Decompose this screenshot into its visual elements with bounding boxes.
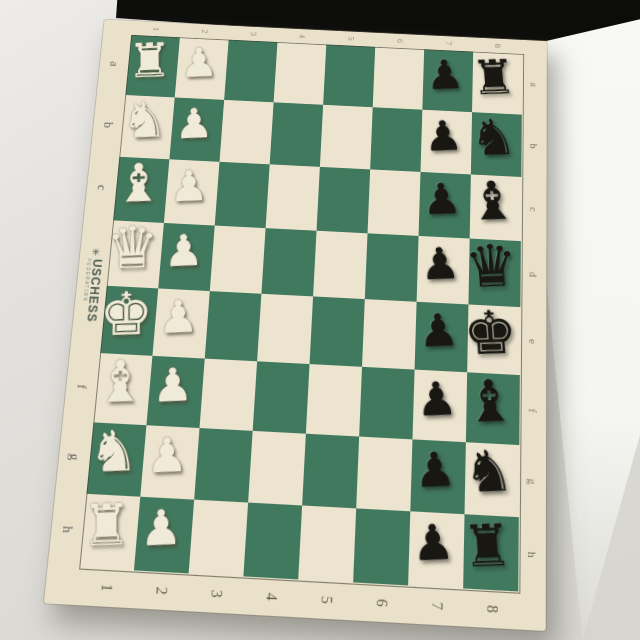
square-f8: ♝ — [466, 372, 520, 445]
photo-scene: ✳ USCHESS FEDERATION 1234567812345678abc… — [0, 0, 640, 640]
chess-board: ✳ USCHESS FEDERATION 1234567812345678abc… — [44, 20, 547, 631]
square-f5 — [306, 364, 362, 436]
white-knight-piece: ♞ — [121, 96, 168, 147]
square-b6 — [370, 107, 422, 172]
coord-bottom-rank-8: 8 — [462, 588, 518, 629]
black-pawn-piece: ♟ — [424, 54, 465, 95]
white-pawn-piece: ♟ — [146, 431, 188, 480]
coord-right-file-h: h — [518, 517, 546, 593]
white-pawn-piece: ♟ — [175, 102, 214, 144]
square-c4 — [266, 164, 320, 230]
coord-right-file-a: a — [522, 54, 547, 116]
square-f1: ♝ — [93, 353, 152, 425]
white-queen-piece: ♛ — [106, 218, 159, 277]
white-rook-piece: ♜ — [127, 36, 172, 84]
white-pawn-piece: ♟ — [164, 228, 204, 273]
coord-right-file-c: c — [521, 177, 547, 242]
square-e7: ♟ — [415, 302, 469, 373]
black-queen-piece: ♛ — [463, 236, 520, 296]
square-a5 — [323, 44, 375, 107]
white-pawn-piece: ♟ — [169, 164, 209, 207]
square-f7: ♟ — [412, 370, 467, 443]
square-b7: ♟ — [420, 110, 472, 175]
square-c5 — [317, 167, 371, 233]
square-e6 — [362, 299, 417, 369]
black-pawn-piece: ♟ — [410, 517, 455, 568]
square-e4 — [257, 294, 313, 364]
square-e2: ♟ — [152, 288, 209, 358]
square-e5 — [310, 296, 365, 366]
square-h8: ♜ — [463, 514, 519, 591]
black-knight-piece: ♞ — [462, 443, 516, 502]
square-h4 — [243, 503, 302, 580]
square-g4 — [248, 431, 306, 506]
black-pawn-piece: ♟ — [421, 177, 463, 221]
uschess-logo-inner: ✳ USCHESS FEDERATION — [79, 248, 104, 323]
square-h6 — [353, 508, 410, 585]
square-c7: ♟ — [419, 172, 471, 239]
coord-right-file-e: e — [520, 307, 546, 376]
black-king-piece: ♚ — [461, 302, 519, 364]
square-g1: ♞ — [86, 422, 146, 496]
black-pawn-piece: ♟ — [417, 307, 460, 353]
square-b4 — [270, 102, 323, 167]
white-pawn-piece: ♟ — [158, 294, 199, 340]
black-pawn-piece: ♟ — [415, 375, 459, 423]
square-d3 — [210, 226, 266, 294]
square-b5 — [320, 105, 373, 170]
square-a1: ♜ — [125, 35, 180, 98]
white-bishop-piece: ♝ — [114, 156, 163, 210]
black-pawn-piece: ♟ — [423, 114, 464, 156]
square-d7: ♟ — [417, 236, 470, 305]
white-rook-piece: ♜ — [82, 495, 132, 554]
coord-bottom-rank-1: 1 — [76, 567, 134, 608]
square-g5 — [302, 434, 359, 509]
square-e3 — [205, 291, 262, 361]
square-g2: ♟ — [140, 425, 199, 499]
square-d5 — [313, 231, 367, 299]
square-c2: ♟ — [164, 159, 220, 225]
square-d2: ♟ — [158, 223, 214, 291]
square-h7: ♟ — [408, 511, 464, 588]
coord-right-file-g: g — [519, 445, 546, 519]
coord-bottom-rank-6: 6 — [352, 582, 409, 623]
black-rook-piece: ♜ — [461, 515, 515, 575]
coord-bottom-rank-5: 5 — [296, 579, 353, 620]
square-a8: ♜ — [472, 52, 522, 115]
square-d4 — [261, 228, 316, 296]
square-a2: ♟ — [175, 37, 229, 100]
square-g8: ♞ — [465, 442, 520, 517]
coord-right-file-f: f — [519, 375, 546, 446]
square-h5 — [298, 505, 356, 582]
square-f4 — [253, 361, 310, 433]
square-a7: ♟ — [422, 49, 473, 112]
square-h1: ♜ — [79, 494, 140, 571]
vinyl-chess-mat: ✳ USCHESS FEDERATION 1234567812345678abc… — [44, 20, 547, 631]
square-g3 — [194, 428, 253, 502]
square-h2: ♟ — [134, 497, 194, 574]
coord-right-file-b: b — [521, 115, 546, 179]
square-g7: ♟ — [410, 439, 466, 514]
square-a4 — [274, 42, 327, 105]
black-knight-piece: ♞ — [468, 113, 518, 164]
square-h3 — [189, 500, 248, 577]
square-d6 — [365, 233, 419, 301]
white-bishop-piece: ♝ — [94, 353, 145, 412]
coord-bottom-rank-3: 3 — [186, 573, 244, 614]
square-c6 — [368, 169, 421, 236]
coord-right-file-d: d — [520, 241, 546, 308]
black-pawn-piece: ♟ — [413, 445, 457, 494]
square-f2: ♟ — [146, 356, 204, 428]
square-f6 — [359, 367, 414, 440]
white-pawn-piece: ♟ — [180, 42, 219, 83]
square-b3 — [219, 100, 273, 164]
square-e8: ♚ — [467, 304, 520, 375]
square-e1: ♚ — [100, 286, 158, 356]
black-pawn-piece: ♟ — [419, 241, 462, 286]
square-f3 — [200, 359, 258, 431]
black-bishop-piece: ♝ — [466, 174, 519, 228]
black-bishop-piece: ♝ — [462, 372, 517, 431]
white-knight-piece: ♞ — [88, 423, 138, 481]
square-g6 — [356, 437, 412, 512]
coord-bottom-rank-7: 7 — [407, 585, 463, 626]
square-b2: ♟ — [169, 97, 224, 161]
white-pawn-piece: ♟ — [152, 361, 193, 408]
uschess-logo-text-column: USCHESS FEDERATION — [79, 259, 103, 323]
coord-bottom-rank-2: 2 — [131, 570, 189, 611]
square-c3 — [215, 162, 270, 228]
star-crest-icon: ✳ — [90, 248, 101, 257]
square-b1: ♞ — [119, 95, 174, 159]
coord-bottom-rank-4: 4 — [241, 576, 298, 617]
white-king-piece: ♚ — [99, 283, 153, 344]
square-a6 — [373, 47, 424, 110]
black-rook-piece: ♜ — [470, 53, 519, 102]
square-b8: ♞ — [471, 112, 522, 177]
white-pawn-piece: ♟ — [140, 502, 182, 552]
square-a3 — [224, 40, 277, 103]
